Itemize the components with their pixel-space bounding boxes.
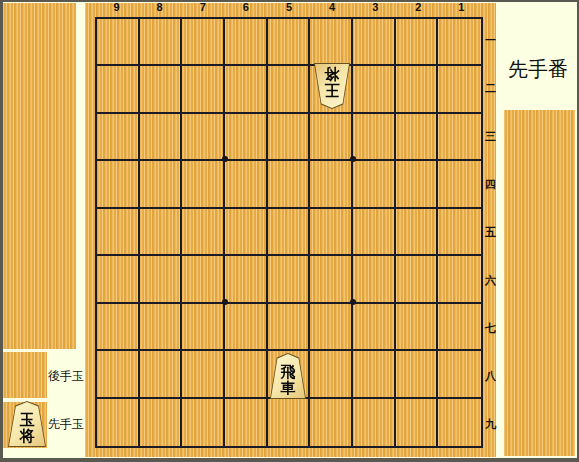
board-cell[interactable] [225,209,268,256]
board-cell[interactable] [438,351,481,398]
board-cell[interactable] [396,399,439,446]
file-labels: 9 8 7 6 5 4 3 2 1 [95,1,483,16]
hoshi-dot [222,156,228,162]
file-label: 4 [311,1,354,16]
rank-label: 九 [484,400,497,448]
board-cell[interactable] [353,161,396,208]
board-cell[interactable] [353,351,396,398]
board-cell[interactable] [310,256,353,303]
board-cell[interactable] [225,19,268,66]
board-cell[interactable] [396,351,439,398]
file-label: 7 [181,1,224,16]
rank-label: 一 [484,17,497,65]
board-cell[interactable] [97,351,140,398]
board-cell[interactable] [438,114,481,161]
board-cell[interactable] [140,399,183,446]
board-cell[interactable] [353,114,396,161]
board-cell[interactable] [396,209,439,256]
file-label: 3 [354,1,397,16]
board-cell[interactable] [353,399,396,446]
board-cell[interactable] [438,161,481,208]
board-cell[interactable] [438,304,481,351]
koma-char-top: 玉 [20,412,35,428]
rank-label: 八 [484,352,497,400]
board-cell[interactable] [353,304,396,351]
board-cell[interactable] [97,399,140,446]
turn-indicator: 先手番 [498,56,578,83]
board-cell[interactable] [225,256,268,303]
board-cell[interactable] [97,256,140,303]
board-cell[interactable] [438,19,481,66]
board-cell[interactable] [396,66,439,113]
koma-char-bottom: 将 [20,428,35,444]
right-komadai-block [504,110,575,456]
file-label: 6 [224,1,267,16]
koma-char-top: 飛 [281,364,296,380]
file-label: 5 [267,1,310,16]
rank-label: 二 [484,65,497,113]
board-cell[interactable] [97,304,140,351]
board-cell[interactable] [182,304,225,351]
koma-char-bottom: 将 [325,66,340,82]
board-cell[interactable] [310,209,353,256]
shogi-position-editor: 後手玉 先手玉 9 8 7 6 5 4 3 2 1 一 二 三 四 五 六 七 … [0,0,579,462]
board-cell[interactable] [182,209,225,256]
board-cell[interactable] [140,161,183,208]
board-cell[interactable] [225,114,268,161]
board-cell[interactable] [97,209,140,256]
board-cell[interactable] [182,256,225,303]
board-cell[interactable] [182,114,225,161]
file-label: 9 [95,1,138,16]
tray-label-gote-king: 後手玉 [48,369,88,383]
board-cell[interactable] [310,19,353,66]
board-cell[interactable] [396,161,439,208]
board-cell[interactable] [310,161,353,208]
hoshi-dot [222,299,228,305]
board-cell[interactable] [310,399,353,446]
board-cell[interactable] [438,209,481,256]
file-label: 2 [397,1,440,16]
board-cell[interactable] [268,399,311,446]
board-cell[interactable] [438,256,481,303]
board-cell[interactable] [140,256,183,303]
board-cell[interactable] [225,161,268,208]
board-cell[interactable] [225,304,268,351]
board-cell[interactable] [268,209,311,256]
rank-label: 三 [484,113,497,161]
board-cell[interactable] [225,66,268,113]
board-cell[interactable] [140,19,183,66]
left-komadai-block [3,3,76,349]
board-cell[interactable] [97,66,140,113]
board-cell[interactable] [97,161,140,208]
board-cell[interactable] [268,19,311,66]
board-cell[interactable] [182,66,225,113]
tray-label-sente-king: 先手玉 [48,417,88,431]
koma-char-top: 王 [325,82,340,98]
board-cell[interactable] [396,19,439,66]
board-cell[interactable] [140,304,183,351]
board-cell[interactable] [353,66,396,113]
board-cell[interactable] [396,256,439,303]
board-cell[interactable] [140,114,183,161]
tray-cell-gote-king[interactable] [3,352,47,398]
board-cell[interactable] [268,161,311,208]
board-cell[interactable] [140,351,183,398]
hoshi-dot [350,156,356,162]
rank-labels: 一 二 三 四 五 六 七 八 九 [484,17,497,448]
board-cell[interactable] [353,256,396,303]
board-cell[interactable] [438,66,481,113]
file-label: 8 [138,1,181,16]
board-cell[interactable] [225,351,268,398]
board-cell[interactable] [310,114,353,161]
board-cell[interactable] [97,19,140,66]
board-cell[interactable] [182,351,225,398]
rank-label: 五 [484,209,497,257]
file-label: 1 [440,1,483,16]
board-cell[interactable] [353,209,396,256]
board-cell[interactable] [182,399,225,446]
board-cell[interactable] [396,114,439,161]
hoshi-dot [350,299,356,305]
board-cell[interactable] [353,19,396,66]
board-cell[interactable] [268,256,311,303]
board-cell[interactable] [182,19,225,66]
board-cell[interactable] [268,66,311,113]
board-cell[interactable] [225,399,268,446]
rank-label: 四 [484,161,497,209]
koma-char-bottom: 車 [281,380,296,396]
board-cell[interactable] [268,114,311,161]
board-cell[interactable] [310,304,353,351]
board-cell[interactable] [438,399,481,446]
board-cell[interactable] [140,66,183,113]
rank-label: 六 [484,256,497,304]
board-cell[interactable] [310,351,353,398]
board-cell[interactable] [182,161,225,208]
board-cell[interactable] [97,114,140,161]
board-cell[interactable] [140,209,183,256]
board-cell[interactable] [396,304,439,351]
rank-label: 七 [484,304,497,352]
board-cell[interactable] [268,304,311,351]
